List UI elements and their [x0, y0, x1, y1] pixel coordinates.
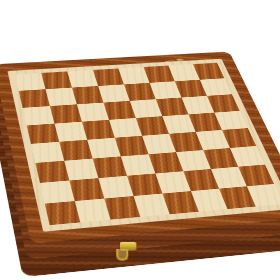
- square-c7: [72, 86, 104, 104]
- square-e5: [136, 116, 169, 136]
- photo-scene: ♟♜♞♝♚♟♛♝♟♞♟♟♜♟♞♟♜♚♝♟♛♝♟♟♞: [0, 0, 280, 280]
- square-e6: [130, 99, 163, 118]
- square-a8: [15, 73, 46, 91]
- square-d7: [98, 84, 130, 102]
- chess-board: ♟♜♞♝♚♟♛♝♟♞♟♟♜♟♞♟♜♚♝♟♛♝♟♟♞: [0, 51, 280, 243]
- pieces-layer: ♟♜♞♝♚♟♛♝♟♞♟♟♜♟♞♟♜♚♝♟♛♝♟♟♞: [0, 51, 229, 64]
- square-b8: [41, 71, 72, 89]
- latch-hook-icon: [116, 249, 128, 261]
- square-d6: [103, 101, 135, 120]
